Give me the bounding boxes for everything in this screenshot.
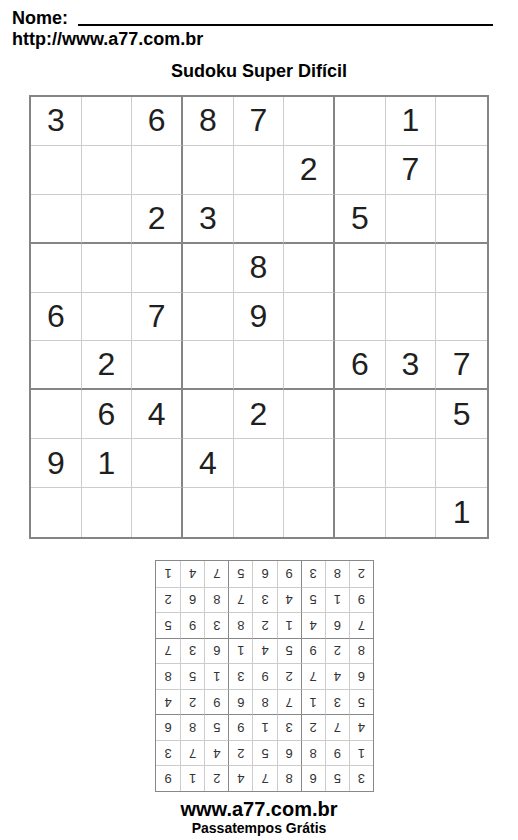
solution-cell-r2c4: 6 — [276, 740, 300, 766]
name-row: Nome: — [12, 8, 493, 28]
solution-cell-r3c8: 8 — [180, 714, 204, 740]
puzzle-cell-r4c9[interactable] — [436, 244, 487, 293]
puzzle-cell-r2c8[interactable]: 7 — [386, 146, 437, 195]
solution-cell-r9c2: 8 — [324, 561, 348, 587]
solution-cell-r5c3: 7 — [300, 663, 324, 689]
solution-cell-r1c9: 9 — [156, 765, 180, 791]
puzzle-cell-r3c7[interactable]: 5 — [335, 195, 386, 244]
solution-cell-r3c2: 7 — [324, 714, 348, 740]
puzzle-cell-r1c1[interactable]: 3 — [31, 97, 82, 146]
solution-cell-r2c1: 1 — [348, 740, 372, 766]
solution-cell-r9c3: 3 — [300, 561, 324, 587]
puzzle-cell-r5c9[interactable] — [436, 293, 487, 342]
puzzle-cell-r4c1[interactable] — [31, 244, 82, 293]
puzzle-cell-r3c5[interactable] — [234, 195, 285, 244]
solution-cell-r6c1: 8 — [348, 638, 372, 664]
solution-cell-r2c9: 3 — [156, 740, 180, 766]
puzzle-cell-r7c2[interactable]: 6 — [82, 390, 133, 439]
puzzle-cell-r5c4[interactable] — [183, 293, 234, 342]
solution-cell-r4c8: 2 — [180, 689, 204, 715]
puzzle-cell-r5c3[interactable]: 7 — [132, 293, 183, 342]
solution-cell-r4c3: 1 — [300, 689, 324, 715]
puzzle-cell-r6c3[interactable] — [132, 341, 183, 390]
solution-cell-r1c1: 3 — [348, 765, 372, 791]
solution-cell-r9c8: 4 — [180, 561, 204, 587]
puzzle-cell-r5c7[interactable] — [335, 293, 386, 342]
solution-cell-r1c3: 6 — [300, 765, 324, 791]
name-write-in-line[interactable] — [78, 24, 493, 26]
solution-cell-r6c7: 6 — [204, 638, 228, 664]
solution-cell-r2c2: 9 — [324, 740, 348, 766]
solution-cell-r9c5: 6 — [252, 561, 276, 587]
solution-cell-r2c7: 4 — [204, 740, 228, 766]
puzzle-cell-r2c1[interactable] — [31, 146, 82, 195]
puzzle-cell-r3c6[interactable] — [284, 195, 335, 244]
solution-cell-r4c5: 8 — [252, 689, 276, 715]
puzzle-cell-r9c3[interactable] — [132, 488, 183, 537]
puzzle-cell-r4c5[interactable]: 8 — [234, 244, 285, 293]
solution-cell-r7c8: 9 — [180, 612, 204, 638]
solution-cell-r5c7: 1 — [204, 663, 228, 689]
solution-cell-r6c5: 4 — [252, 638, 276, 664]
name-label: Nome: — [12, 8, 68, 28]
solution-cell-r2c5: 5 — [252, 740, 276, 766]
solution-cell-r1c8: 1 — [180, 765, 204, 791]
puzzle-cell-r5c1[interactable]: 6 — [31, 293, 82, 342]
solution-cell-r1c6: 4 — [228, 765, 252, 791]
solution-cell-r8c3: 5 — [300, 587, 324, 613]
solution-cell-r1c4: 8 — [276, 765, 300, 791]
solution-cell-r5c4: 2 — [276, 663, 300, 689]
puzzle-cell-r7c1[interactable] — [31, 390, 82, 439]
solution-cell-r1c7: 2 — [204, 765, 228, 791]
site-url-text: http://www.a77.com.br — [0, 29, 518, 49]
solution-cell-r7c1: 7 — [348, 612, 372, 638]
solution-cell-r2c6: 2 — [228, 740, 252, 766]
puzzle-cell-r7c7[interactable] — [335, 390, 386, 439]
solution-cell-r8c9: 2 — [156, 587, 180, 613]
solution-cell-r7c5: 2 — [252, 612, 276, 638]
solution-cell-r6c8: 3 — [180, 638, 204, 664]
solution-cell-r9c4: 9 — [276, 561, 300, 587]
puzzle-cell-r6c5[interactable] — [234, 341, 285, 390]
solution-cell-r4c6: 6 — [228, 689, 252, 715]
solution-cell-r9c7: 7 — [204, 561, 228, 587]
solution-cell-r3c6: 9 — [228, 714, 252, 740]
puzzle-cell-r5c6[interactable] — [284, 293, 335, 342]
puzzle-cell-r2c9[interactable] — [436, 146, 487, 195]
puzzle-cell-r6c6[interactable] — [284, 341, 335, 390]
sudoku-puzzle-grid: 36871272358679263764259141 — [29, 95, 489, 539]
solution-cell-r7c9: 5 — [156, 612, 180, 638]
puzzle-cell-r4c8[interactable] — [386, 244, 437, 293]
solution-cell-r9c6: 5 — [228, 561, 252, 587]
puzzle-cell-r4c3[interactable] — [132, 244, 183, 293]
puzzle-cell-r9c2[interactable] — [82, 488, 133, 537]
puzzle-cell-r1c2[interactable] — [82, 97, 133, 146]
solution-cell-r8c8: 6 — [180, 587, 204, 613]
puzzle-cell-r2c7[interactable] — [335, 146, 386, 195]
solution-cell-r3c3: 2 — [300, 714, 324, 740]
footer-site-text: www.a77.com.br — [0, 798, 518, 820]
solution-cell-r6c2: 2 — [324, 638, 348, 664]
puzzle-cell-r8c7[interactable] — [335, 439, 386, 488]
puzzle-cell-r9c6[interactable] — [284, 488, 335, 537]
puzzle-cell-r7c3[interactable]: 4 — [132, 390, 183, 439]
puzzle-cell-r1c7[interactable] — [335, 97, 386, 146]
solution-cell-r4c4: 7 — [276, 689, 300, 715]
solution-cell-r8c2: 1 — [324, 587, 348, 613]
solution-cell-r8c1: 9 — [348, 587, 372, 613]
solution-cell-r8c6: 7 — [228, 587, 252, 613]
puzzle-cell-r9c8[interactable] — [386, 488, 437, 537]
solution-cell-r8c5: 3 — [252, 587, 276, 613]
page-footer: www.a77.com.br Passatempos Grátis — [0, 798, 518, 837]
solution-cell-r7c7: 3 — [204, 612, 228, 638]
puzzle-cell-r3c8[interactable] — [386, 195, 437, 244]
puzzle-cell-r2c2[interactable] — [82, 146, 133, 195]
puzzle-cell-r8c3[interactable] — [132, 439, 183, 488]
puzzle-cell-r7c9[interactable]: 5 — [436, 390, 487, 439]
puzzle-cell-r1c4[interactable]: 8 — [183, 97, 234, 146]
puzzle-cell-r6c8[interactable]: 3 — [386, 341, 437, 390]
solution-cell-r3c9: 6 — [156, 714, 180, 740]
puzzle-cell-r6c9[interactable]: 7 — [436, 341, 487, 390]
puzzle-cell-r8c9[interactable] — [436, 439, 487, 488]
puzzle-cell-r3c4[interactable]: 3 — [183, 195, 234, 244]
puzzle-cell-r5c5[interactable]: 9 — [234, 293, 285, 342]
solution-cell-r5c6: 3 — [228, 663, 252, 689]
solution-cell-r9c1: 2 — [348, 561, 372, 587]
solution-cell-r9c9: 1 — [156, 561, 180, 587]
puzzle-cell-r2c4[interactable] — [183, 146, 234, 195]
puzzle-cell-r8c6[interactable] — [284, 439, 335, 488]
puzzle-cell-r7c8[interactable] — [386, 390, 437, 439]
solution-cell-r3c5: 1 — [252, 714, 276, 740]
puzzle-cell-r9c1[interactable] — [31, 488, 82, 537]
puzzle-cell-r6c4[interactable] — [183, 341, 234, 390]
sudoku-solution-grid-rotated-180: 3568742191986524734723195865317869246472… — [155, 560, 374, 792]
puzzle-cell-r9c5[interactable] — [234, 488, 285, 537]
solution-cell-r1c5: 7 — [252, 765, 276, 791]
solution-cell-r7c2: 6 — [324, 612, 348, 638]
footer-tagline: Passatempos Grátis — [0, 820, 518, 837]
puzzle-cell-r7c5[interactable]: 2 — [234, 390, 285, 439]
puzzle-cell-r6c2[interactable]: 2 — [82, 341, 133, 390]
puzzle-cell-r1c5[interactable]: 7 — [234, 97, 285, 146]
solution-cell-r4c9: 4 — [156, 689, 180, 715]
puzzle-cell-r8c1[interactable]: 9 — [31, 439, 82, 488]
solution-cell-r6c3: 9 — [300, 638, 324, 664]
puzzle-cell-r8c4[interactable]: 4 — [183, 439, 234, 488]
puzzle-cell-r2c5[interactable] — [234, 146, 285, 195]
puzzle-cell-r8c8[interactable] — [386, 439, 437, 488]
puzzle-cell-r9c4[interactable] — [183, 488, 234, 537]
puzzle-cell-r2c6[interactable]: 2 — [284, 146, 335, 195]
solution-cell-r3c4: 3 — [276, 714, 300, 740]
solution-cell-r2c8: 7 — [180, 740, 204, 766]
puzzle-cell-r4c7[interactable] — [335, 244, 386, 293]
solution-cell-r4c7: 9 — [204, 689, 228, 715]
puzzle-cell-r1c6[interactable] — [284, 97, 335, 146]
page-header: Nome: — [0, 0, 518, 28]
puzzle-cell-r6c7[interactable]: 6 — [335, 341, 386, 390]
page-title: Sudoku Super Difícil — [0, 61, 518, 82]
puzzle-cell-r3c1[interactable] — [31, 195, 82, 244]
puzzle-cell-r5c8[interactable] — [386, 293, 437, 342]
solution-cell-r7c3: 4 — [300, 612, 324, 638]
solution-cell-r6c4: 5 — [276, 638, 300, 664]
puzzle-cell-r2c3[interactable] — [132, 146, 183, 195]
solution-cell-r1c2: 5 — [324, 765, 348, 791]
solution-cell-r8c4: 4 — [276, 587, 300, 613]
puzzle-cell-r4c2[interactable] — [82, 244, 133, 293]
page: Nome: http://www.a77.com.br Sudoku Super… — [0, 0, 518, 837]
puzzle-cell-r8c2[interactable]: 1 — [82, 439, 133, 488]
puzzle-cell-r1c9[interactable] — [436, 97, 487, 146]
puzzle-cell-r6c1[interactable] — [31, 341, 82, 390]
solution-cell-r5c2: 4 — [324, 663, 348, 689]
puzzle-cell-r3c9[interactable] — [436, 195, 487, 244]
puzzle-cell-r9c9[interactable]: 1 — [436, 488, 487, 537]
solution-cell-r6c6: 1 — [228, 638, 252, 664]
solution-cell-r7c4: 1 — [276, 612, 300, 638]
solution-cell-r5c5: 9 — [252, 663, 276, 689]
solution-cell-r6c9: 7 — [156, 638, 180, 664]
puzzle-cell-r8c5[interactable] — [234, 439, 285, 488]
solution-cell-r7c6: 8 — [228, 612, 252, 638]
solution-cell-r3c7: 5 — [204, 714, 228, 740]
solution-cell-r8c7: 8 — [204, 587, 228, 613]
solution-cell-r2c3: 8 — [300, 740, 324, 766]
puzzle-cell-r1c3[interactable]: 6 — [132, 97, 183, 146]
solution-cell-r4c1: 5 — [348, 689, 372, 715]
puzzle-cell-r7c4[interactable] — [183, 390, 234, 439]
solution-cell-r5c9: 8 — [156, 663, 180, 689]
puzzle-cell-r4c6[interactable] — [284, 244, 335, 293]
puzzle-cell-r4c4[interactable] — [183, 244, 234, 293]
solution-cell-r5c8: 5 — [180, 663, 204, 689]
solution-cell-r5c1: 6 — [348, 663, 372, 689]
puzzle-cell-r9c7[interactable] — [335, 488, 386, 537]
solution-cell-r4c2: 3 — [324, 689, 348, 715]
puzzle-cell-r3c3[interactable]: 2 — [132, 195, 183, 244]
puzzle-cell-r3c2[interactable] — [82, 195, 133, 244]
puzzle-cell-r1c8[interactable]: 1 — [386, 97, 437, 146]
puzzle-cell-r5c2[interactable] — [82, 293, 133, 342]
solution-cell-r3c1: 4 — [348, 714, 372, 740]
puzzle-cell-r7c6[interactable] — [284, 390, 335, 439]
